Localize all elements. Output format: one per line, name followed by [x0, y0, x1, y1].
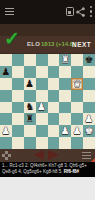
- square-f6[interactable]: [59, 78, 71, 90]
- elo-value: 1813 (+14.8): [41, 41, 75, 47]
- square-d3[interactable]: [36, 113, 48, 125]
- result-bar: ✓ ELO 1813 (+14.8) NEXT: [0, 36, 95, 53]
- white-pawn: ♟: [85, 114, 94, 124]
- square-h1[interactable]: [83, 137, 95, 149]
- white-queen: ♛: [73, 79, 82, 89]
- mini-board-icon[interactable]: [2, 151, 11, 160]
- square-c7[interactable]: [24, 66, 36, 78]
- square-b1[interactable]: [12, 137, 24, 149]
- mating-move: Rf6-f8#: [64, 169, 79, 174]
- move-nav-bar: [0, 149, 95, 162]
- square-e5[interactable]: [48, 90, 60, 102]
- share-icon[interactable]: [76, 7, 85, 17]
- square-h3[interactable]: ♟: [83, 113, 95, 125]
- white-pawn: ♟: [73, 126, 82, 136]
- square-g6[interactable]: ♛: [71, 78, 83, 90]
- move-list[interactable]: 1... Rc1-c3 2. Qf4xh6+ Kh7-g8 3. Qh6-g5+…: [0, 162, 95, 177]
- square-d6[interactable]: [36, 78, 48, 90]
- square-f1[interactable]: [59, 137, 71, 149]
- square-h2[interactable]: ♚: [83, 125, 95, 137]
- square-e6[interactable]: [48, 78, 60, 90]
- square-h5[interactable]: [83, 90, 95, 102]
- square-b6[interactable]: [12, 78, 24, 90]
- black-knight: ♞: [25, 102, 34, 112]
- square-b5[interactable]: [12, 90, 24, 102]
- square-e3[interactable]: [48, 113, 60, 125]
- overlay-window-icon[interactable]: [66, 7, 74, 16]
- square-a3[interactable]: [0, 113, 12, 125]
- square-e4[interactable]: [48, 102, 60, 114]
- white-pawn: ♟: [1, 126, 10, 136]
- square-e1[interactable]: [48, 137, 60, 149]
- overflow-menu-icon[interactable]: [90, 6, 93, 17]
- square-g1[interactable]: [71, 137, 83, 149]
- square-d1[interactable]: [36, 137, 48, 149]
- square-g5[interactable]: [71, 90, 83, 102]
- square-a6[interactable]: [0, 78, 12, 90]
- square-a2[interactable]: ♟: [0, 125, 12, 137]
- white-pawn: ♟: [37, 102, 46, 112]
- square-e2[interactable]: [48, 125, 60, 137]
- square-g7[interactable]: [71, 66, 83, 78]
- square-f8[interactable]: ♜: [59, 54, 71, 66]
- black-pawn: ♟: [25, 79, 34, 89]
- square-c6[interactable]: ♟: [24, 78, 36, 90]
- white-rook: ♜: [61, 55, 70, 65]
- square-g8[interactable]: [71, 54, 83, 66]
- black-rook: ♜: [25, 114, 34, 124]
- checkmark-icon: ✓: [4, 29, 20, 48]
- next-puzzle-button[interactable]: NEXT: [72, 41, 91, 48]
- square-d4[interactable]: ♟: [36, 102, 48, 114]
- square-c5[interactable]: [24, 90, 36, 102]
- square-e7[interactable]: [48, 66, 60, 78]
- square-a8[interactable]: [0, 54, 12, 66]
- square-b4[interactable]: [12, 102, 24, 114]
- square-b7[interactable]: [12, 66, 24, 78]
- square-h6[interactable]: [83, 78, 95, 90]
- square-b8[interactable]: [12, 54, 24, 66]
- square-d7[interactable]: [36, 66, 48, 78]
- black-pawn: ♟: [1, 67, 10, 77]
- square-d2[interactable]: [36, 125, 48, 137]
- square-h8[interactable]: ♚: [83, 54, 95, 66]
- previous-move-arrow[interactable]: [33, 150, 44, 160]
- square-a1[interactable]: [0, 137, 12, 149]
- chess-tactics-app: ✓ ELO 1813 (+14.8) NEXT ♜♚♟♟♛♞♟♜♟♟♟♟♚ 1.…: [0, 0, 95, 200]
- square-g2[interactable]: ♟: [71, 125, 83, 137]
- square-d5[interactable]: [36, 90, 48, 102]
- move-line-2: Qe8-g6 4. Qg5xg6+ Kg8-h8 5. Rf6-f8#: [2, 169, 95, 175]
- white-pawn: ♟: [61, 126, 70, 136]
- square-c2[interactable]: [24, 125, 36, 137]
- square-f3[interactable]: [59, 113, 71, 125]
- square-c8[interactable]: [24, 54, 36, 66]
- square-c1[interactable]: [24, 137, 36, 149]
- square-a5[interactable]: [0, 90, 12, 102]
- black-king: ♚: [85, 55, 94, 65]
- square-d8[interactable]: [36, 54, 48, 66]
- next-move-arrow[interactable]: [48, 150, 59, 160]
- square-h7[interactable]: [83, 66, 95, 78]
- square-g3[interactable]: [71, 113, 83, 125]
- move-list-menu-icon[interactable]: [82, 152, 91, 159]
- menu-icon[interactable]: [5, 8, 14, 15]
- square-f5[interactable]: [59, 90, 71, 102]
- square-b3[interactable]: [12, 113, 24, 125]
- square-f7[interactable]: [59, 66, 71, 78]
- square-f4[interactable]: [59, 102, 71, 114]
- white-king: ♚: [85, 126, 94, 136]
- chess-board[interactable]: ♜♚♟♟♛♞♟♜♟♟♟♟♚: [0, 54, 95, 149]
- app-toolbar: [0, 0, 95, 24]
- bottom-strip: [0, 177, 95, 200]
- square-c4[interactable]: ♞: [24, 102, 36, 114]
- square-a7[interactable]: ♟: [0, 66, 12, 78]
- elo-label: ELO: [27, 41, 40, 47]
- square-c3[interactable]: ♜: [24, 113, 36, 125]
- square-f2[interactable]: ♟: [59, 125, 71, 137]
- square-g4[interactable]: [71, 102, 83, 114]
- square-h4[interactable]: [83, 102, 95, 114]
- square-b2[interactable]: [12, 125, 24, 137]
- square-a4[interactable]: [0, 102, 12, 114]
- square-e8[interactable]: [48, 54, 60, 66]
